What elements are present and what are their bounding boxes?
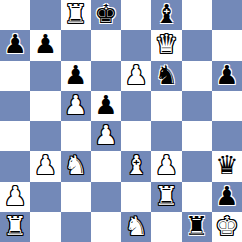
black-pawn: ♟ bbox=[3, 31, 26, 57]
white-knight: ♞ bbox=[64, 152, 87, 178]
square-f7[interactable]: ♛ bbox=[151, 30, 181, 60]
square-b5[interactable] bbox=[30, 91, 60, 121]
square-a5[interactable] bbox=[0, 91, 30, 121]
square-d6[interactable] bbox=[91, 61, 121, 91]
white-queen: ♛ bbox=[155, 31, 178, 57]
square-e1[interactable]: ♞ bbox=[121, 212, 151, 242]
square-f1[interactable] bbox=[151, 212, 181, 242]
black-knight: ♞ bbox=[155, 62, 178, 88]
square-e5[interactable] bbox=[121, 91, 151, 121]
square-h1[interactable]: ♚ bbox=[212, 212, 242, 242]
square-g3[interactable] bbox=[182, 151, 212, 181]
square-h3[interactable]: ♛ bbox=[212, 151, 242, 181]
white-pawn: ♟ bbox=[3, 183, 26, 209]
square-h7[interactable] bbox=[212, 30, 242, 60]
square-h8[interactable] bbox=[212, 0, 242, 30]
square-d7[interactable] bbox=[91, 30, 121, 60]
square-d1[interactable] bbox=[91, 212, 121, 242]
square-a8[interactable] bbox=[0, 0, 30, 30]
square-g4[interactable] bbox=[182, 121, 212, 151]
square-h4[interactable] bbox=[212, 121, 242, 151]
square-h6[interactable]: ♟ bbox=[212, 61, 242, 91]
white-pawn: ♟ bbox=[64, 92, 87, 118]
black-pawn: ♟ bbox=[215, 183, 238, 209]
square-d2[interactable] bbox=[91, 182, 121, 212]
square-c3[interactable]: ♞ bbox=[61, 151, 91, 181]
square-g2[interactable] bbox=[182, 182, 212, 212]
square-c5[interactable]: ♟ bbox=[61, 91, 91, 121]
square-h2[interactable]: ♟ bbox=[212, 182, 242, 212]
black-queen: ♛ bbox=[215, 152, 238, 178]
square-g1[interactable]: ♜ bbox=[182, 212, 212, 242]
white-rook: ♜ bbox=[64, 1, 87, 27]
square-e4[interactable] bbox=[121, 121, 151, 151]
square-f6[interactable]: ♞ bbox=[151, 61, 181, 91]
square-a3[interactable] bbox=[0, 151, 30, 181]
square-a4[interactable] bbox=[0, 121, 30, 151]
white-bishop: ♝ bbox=[124, 152, 147, 178]
square-b4[interactable] bbox=[30, 121, 60, 151]
square-e2[interactable] bbox=[121, 182, 151, 212]
square-b3[interactable]: ♟ bbox=[30, 151, 60, 181]
square-c4[interactable] bbox=[61, 121, 91, 151]
square-c7[interactable] bbox=[61, 30, 91, 60]
white-rook: ♜ bbox=[3, 213, 26, 239]
square-a2[interactable]: ♟ bbox=[0, 182, 30, 212]
square-g5[interactable] bbox=[182, 91, 212, 121]
square-b1[interactable] bbox=[30, 212, 60, 242]
square-c6[interactable]: ♟ bbox=[61, 61, 91, 91]
square-d3[interactable] bbox=[91, 151, 121, 181]
square-c2[interactable] bbox=[61, 182, 91, 212]
square-e7[interactable] bbox=[121, 30, 151, 60]
white-rook: ♜ bbox=[155, 183, 178, 209]
square-h5[interactable] bbox=[212, 91, 242, 121]
white-pawn: ♟ bbox=[155, 152, 178, 178]
white-pawn: ♟ bbox=[124, 62, 147, 88]
black-pawn: ♟ bbox=[34, 31, 57, 57]
square-g8[interactable] bbox=[182, 0, 212, 30]
square-c1[interactable] bbox=[61, 212, 91, 242]
square-a7[interactable]: ♟ bbox=[0, 30, 30, 60]
square-g7[interactable] bbox=[182, 30, 212, 60]
white-king: ♚ bbox=[215, 213, 238, 239]
square-f8[interactable]: ♝ bbox=[151, 0, 181, 30]
square-b7[interactable]: ♟ bbox=[30, 30, 60, 60]
black-pawn: ♟ bbox=[215, 62, 238, 88]
square-e8[interactable] bbox=[121, 0, 151, 30]
black-pawn: ♟ bbox=[94, 92, 117, 118]
black-pawn: ♟ bbox=[64, 62, 87, 88]
square-e6[interactable]: ♟ bbox=[121, 61, 151, 91]
white-knight: ♞ bbox=[124, 213, 147, 239]
white-pawn: ♟ bbox=[94, 122, 117, 148]
square-c8[interactable]: ♜ bbox=[61, 0, 91, 30]
square-b8[interactable] bbox=[30, 0, 60, 30]
square-f5[interactable] bbox=[151, 91, 181, 121]
square-f2[interactable]: ♜ bbox=[151, 182, 181, 212]
square-d5[interactable]: ♟ bbox=[91, 91, 121, 121]
square-d8[interactable]: ♚ bbox=[91, 0, 121, 30]
square-g6[interactable] bbox=[182, 61, 212, 91]
black-king: ♚ bbox=[94, 1, 117, 27]
square-e3[interactable]: ♝ bbox=[121, 151, 151, 181]
square-f4[interactable] bbox=[151, 121, 181, 151]
square-d4[interactable]: ♟ bbox=[91, 121, 121, 151]
square-b2[interactable] bbox=[30, 182, 60, 212]
chess-board: ♜♚♝♟♟♛♟♟♞♟♟♟♟♟♞♝♟♛♟♜♟♜♞♜♚ bbox=[0, 0, 242, 242]
square-a1[interactable]: ♜ bbox=[0, 212, 30, 242]
square-b6[interactable] bbox=[30, 61, 60, 91]
square-f3[interactable]: ♟ bbox=[151, 151, 181, 181]
black-bishop: ♝ bbox=[155, 1, 178, 27]
white-pawn: ♟ bbox=[34, 152, 57, 178]
square-a6[interactable] bbox=[0, 61, 30, 91]
black-rook: ♜ bbox=[185, 213, 208, 239]
